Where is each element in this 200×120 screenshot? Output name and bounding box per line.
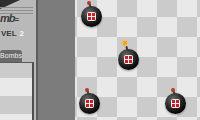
bomb-lit[interactable]: ✷: [118, 49, 139, 70]
bomb-emblem-icon: [87, 12, 96, 21]
bomb-emblem-icon: [171, 99, 180, 108]
fuse-tip-icon: [171, 88, 175, 92]
logo-text: mb=: [0, 12, 34, 26]
spark-icon: ✷: [121, 38, 130, 49]
bomb[interactable]: [81, 6, 102, 27]
bomb-emblem-icon: [85, 99, 94, 108]
level-value: 2: [20, 29, 24, 38]
bomb-emblem-icon: [124, 55, 133, 64]
logo-fragment: mb: [0, 12, 15, 24]
game-field[interactable]: ✷: [75, 0, 200, 120]
bombs-list-panel: [0, 62, 34, 120]
bomb[interactable]: [79, 93, 100, 114]
bomb[interactable]: [165, 93, 186, 114]
fuse-tip-icon: [85, 88, 89, 92]
level-label: VEL: [1, 29, 17, 38]
tab-bombs[interactable]: Bombs: [0, 50, 22, 62]
fuse-tip-icon: [87, 1, 91, 5]
game-window: mb= VEL2 Bombs ✷: [0, 0, 200, 120]
sidebar: mb= VEL2 Bombs: [0, 0, 38, 120]
level-indicator: VEL2: [1, 29, 35, 39]
logo-mark: =: [15, 15, 20, 24]
